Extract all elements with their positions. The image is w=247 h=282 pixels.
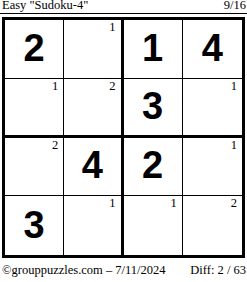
corner-mark: 2 (109, 80, 115, 94)
cell-r3c3[interactable]: 2 (124, 138, 183, 197)
cell-r4c1[interactable]: 3 (5, 196, 64, 255)
cell-r2c4[interactable]: 1 (183, 79, 242, 138)
given-digit: 3 (24, 206, 45, 244)
given-digit: 2 (142, 146, 163, 184)
given-digit: 4 (202, 29, 223, 67)
corner-mark: 2 (52, 139, 58, 153)
cell-r4c2[interactable]: 1 (64, 196, 123, 255)
cell-r3c4[interactable]: 1 (183, 138, 242, 197)
corner-mark: 1 (109, 21, 115, 35)
cell-r4c4[interactable]: 2 (183, 196, 242, 255)
corner-mark: 1 (231, 80, 237, 94)
page-title: Easy "Sudoku-4" (2, 0, 88, 12)
cell-r4c3[interactable]: 1 (124, 196, 183, 255)
given-digit: 4 (82, 146, 103, 184)
footer-copyright: ©grouppuzzles.com – 7/11/2024 (2, 263, 166, 277)
cell-r1c4[interactable]: 4 (183, 20, 242, 79)
cell-r3c2[interactable]: 4 (64, 138, 123, 197)
cell-r2c3[interactable]: 3 (124, 79, 183, 138)
corner-mark: 1 (52, 80, 58, 94)
cell-r1c3[interactable]: 1 (124, 20, 183, 79)
corner-mark: 1 (109, 197, 115, 211)
cell-r3c1[interactable]: 2 (5, 138, 64, 197)
header: Easy "Sudoku-4" 9/16 (0, 0, 247, 14)
cell-r2c2[interactable]: 2 (64, 79, 123, 138)
corner-mark: 1 (231, 139, 237, 153)
cell-r1c1[interactable]: 2 (5, 20, 64, 79)
given-digit: 3 (142, 87, 163, 125)
page-indicator: 9/16 (224, 0, 246, 12)
given-digit: 2 (24, 29, 45, 67)
corner-mark: 2 (231, 197, 237, 211)
footer-difficulty: Diff: 2 / 63 (190, 263, 246, 277)
cell-r1c2[interactable]: 1 (64, 20, 123, 79)
puzzle-page: Easy "Sudoku-4" 9/16 2114123124213112 ©g… (0, 0, 247, 282)
cell-r2c1[interactable]: 1 (5, 79, 64, 138)
sudoku-board: 2114123124213112 (2, 17, 245, 258)
given-digit: 1 (142, 29, 163, 67)
footer: ©grouppuzzles.com – 7/11/2024 Diff: 2 / … (0, 263, 247, 277)
corner-mark: 1 (171, 197, 177, 211)
